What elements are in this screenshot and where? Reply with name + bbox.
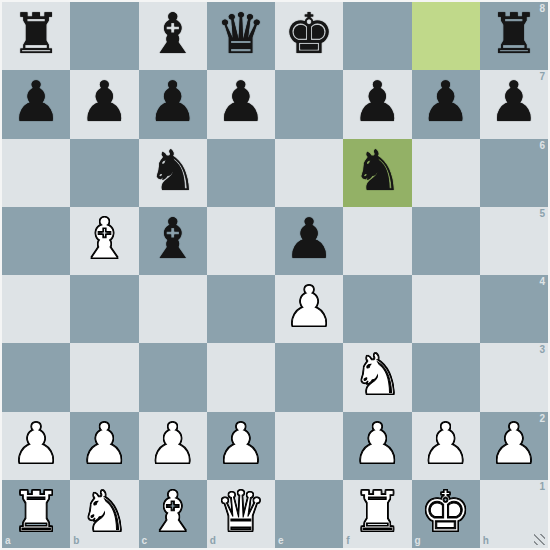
piece-white-rook[interactable]: ♜ bbox=[11, 484, 61, 540]
piece-black-bishop[interactable]: ♝ bbox=[148, 211, 198, 267]
piece-black-rook[interactable]: ♜ bbox=[489, 6, 539, 62]
square-e2[interactable] bbox=[275, 412, 343, 480]
square-e3[interactable] bbox=[275, 343, 343, 411]
square-e4[interactable]: ♟ bbox=[275, 275, 343, 343]
piece-white-pawn[interactable]: ♟ bbox=[11, 416, 61, 472]
coord-rank-1: 1 bbox=[539, 482, 545, 492]
coord-rank-3: 3 bbox=[539, 345, 545, 355]
square-a6[interactable] bbox=[2, 139, 70, 207]
square-a1[interactable]: ♜a bbox=[2, 480, 70, 548]
piece-black-pawn[interactable]: ♟ bbox=[489, 74, 539, 130]
coord-rank-2: 2 bbox=[539, 414, 545, 424]
piece-white-pawn[interactable]: ♟ bbox=[489, 416, 539, 472]
piece-white-king[interactable]: ♚ bbox=[421, 484, 471, 540]
square-d7[interactable]: ♟ bbox=[207, 70, 275, 138]
square-e7[interactable] bbox=[275, 70, 343, 138]
piece-black-knight[interactable]: ♞ bbox=[148, 143, 198, 199]
square-b8[interactable] bbox=[70, 2, 138, 70]
piece-white-bishop[interactable]: ♝ bbox=[79, 211, 129, 267]
piece-black-knight[interactable]: ♞ bbox=[352, 143, 402, 199]
board-resize-handle-icon[interactable] bbox=[534, 534, 545, 545]
piece-white-queen[interactable]: ♛ bbox=[216, 484, 266, 540]
piece-black-pawn[interactable]: ♟ bbox=[352, 74, 402, 130]
square-b3[interactable] bbox=[70, 343, 138, 411]
square-h8[interactable]: ♜8 bbox=[480, 2, 548, 70]
coord-file-h: h bbox=[483, 536, 489, 546]
square-b4[interactable] bbox=[70, 275, 138, 343]
square-h5[interactable]: 5 bbox=[480, 207, 548, 275]
piece-white-pawn[interactable]: ♟ bbox=[148, 416, 198, 472]
piece-black-pawn[interactable]: ♟ bbox=[79, 74, 129, 130]
square-c1[interactable]: ♝c bbox=[139, 480, 207, 548]
piece-white-pawn[interactable]: ♟ bbox=[421, 416, 471, 472]
square-a3[interactable] bbox=[2, 343, 70, 411]
square-h2[interactable]: ♟2 bbox=[480, 412, 548, 480]
square-e8[interactable]: ♚ bbox=[275, 2, 343, 70]
square-b6[interactable] bbox=[70, 139, 138, 207]
square-a5[interactable] bbox=[2, 207, 70, 275]
piece-white-bishop[interactable]: ♝ bbox=[148, 484, 198, 540]
square-g6[interactable] bbox=[412, 139, 480, 207]
square-c2[interactable]: ♟ bbox=[139, 412, 207, 480]
piece-black-king[interactable]: ♚ bbox=[284, 6, 334, 62]
square-c8[interactable]: ♝ bbox=[139, 2, 207, 70]
piece-black-pawn[interactable]: ♟ bbox=[284, 211, 334, 267]
square-c4[interactable] bbox=[139, 275, 207, 343]
square-a4[interactable] bbox=[2, 275, 70, 343]
square-d2[interactable]: ♟ bbox=[207, 412, 275, 480]
piece-white-pawn[interactable]: ♟ bbox=[216, 416, 266, 472]
square-b2[interactable]: ♟ bbox=[70, 412, 138, 480]
square-d1[interactable]: ♛d bbox=[207, 480, 275, 548]
piece-white-knight[interactable]: ♞ bbox=[79, 484, 129, 540]
square-f6[interactable]: ♞ bbox=[343, 139, 411, 207]
square-d4[interactable] bbox=[207, 275, 275, 343]
square-h3[interactable]: 3 bbox=[480, 343, 548, 411]
coord-file-c: c bbox=[142, 536, 148, 546]
piece-black-rook[interactable]: ♜ bbox=[11, 6, 61, 62]
square-a7[interactable]: ♟ bbox=[2, 70, 70, 138]
square-f2[interactable]: ♟ bbox=[343, 412, 411, 480]
square-h6[interactable]: 6 bbox=[480, 139, 548, 207]
piece-black-pawn[interactable]: ♟ bbox=[148, 74, 198, 130]
coord-rank-5: 5 bbox=[539, 209, 545, 219]
square-a2[interactable]: ♟ bbox=[2, 412, 70, 480]
piece-white-pawn[interactable]: ♟ bbox=[79, 416, 129, 472]
coord-file-e: e bbox=[278, 536, 284, 546]
square-f8[interactable] bbox=[343, 2, 411, 70]
coord-file-f: f bbox=[346, 536, 349, 546]
piece-black-bishop[interactable]: ♝ bbox=[148, 6, 198, 62]
square-c7[interactable]: ♟ bbox=[139, 70, 207, 138]
square-c5[interactable]: ♝ bbox=[139, 207, 207, 275]
piece-white-pawn[interactable]: ♟ bbox=[352, 416, 402, 472]
square-e5[interactable]: ♟ bbox=[275, 207, 343, 275]
square-g8[interactable] bbox=[412, 2, 480, 70]
square-f1[interactable]: ♜f bbox=[343, 480, 411, 548]
square-f7[interactable]: ♟ bbox=[343, 70, 411, 138]
square-a8[interactable]: ♜ bbox=[2, 2, 70, 70]
square-f5[interactable] bbox=[343, 207, 411, 275]
square-e1[interactable]: e bbox=[275, 480, 343, 548]
square-d5[interactable] bbox=[207, 207, 275, 275]
square-g1[interactable]: ♚g bbox=[412, 480, 480, 548]
chess-board: ♜♝♛♚♜8♟♟♟♟♟♟♟7♞♞6♝♝♟5♟4♞3♟♟♟♟♟♟♟2♜a♞b♝c♛… bbox=[0, 0, 550, 550]
coord-file-a: a bbox=[5, 536, 11, 546]
square-g4[interactable] bbox=[412, 275, 480, 343]
piece-black-pawn[interactable]: ♟ bbox=[216, 74, 266, 130]
piece-white-rook[interactable]: ♜ bbox=[352, 484, 402, 540]
square-c3[interactable] bbox=[139, 343, 207, 411]
square-f4[interactable] bbox=[343, 275, 411, 343]
square-g2[interactable]: ♟ bbox=[412, 412, 480, 480]
square-d6[interactable] bbox=[207, 139, 275, 207]
coord-rank-4: 4 bbox=[539, 277, 545, 287]
piece-white-knight[interactable]: ♞ bbox=[352, 347, 402, 403]
piece-white-pawn[interactable]: ♟ bbox=[284, 279, 334, 335]
coord-rank-6: 6 bbox=[539, 141, 545, 151]
square-h7[interactable]: ♟7 bbox=[480, 70, 548, 138]
square-b7[interactable]: ♟ bbox=[70, 70, 138, 138]
square-g5[interactable] bbox=[412, 207, 480, 275]
square-g3[interactable] bbox=[412, 343, 480, 411]
square-h4[interactable]: 4 bbox=[480, 275, 548, 343]
square-c6[interactable]: ♞ bbox=[139, 139, 207, 207]
square-b5[interactable]: ♝ bbox=[70, 207, 138, 275]
coord-rank-7: 7 bbox=[539, 72, 545, 82]
piece-black-queen[interactable]: ♛ bbox=[216, 6, 266, 62]
coord-rank-8: 8 bbox=[539, 4, 545, 14]
square-f3[interactable]: ♞ bbox=[343, 343, 411, 411]
square-e6[interactable] bbox=[275, 139, 343, 207]
square-d3[interactable] bbox=[207, 343, 275, 411]
square-b1[interactable]: ♞b bbox=[70, 480, 138, 548]
square-g7[interactable]: ♟ bbox=[412, 70, 480, 138]
square-d8[interactable]: ♛ bbox=[207, 2, 275, 70]
board-grid: ♜♝♛♚♜8♟♟♟♟♟♟♟7♞♞6♝♝♟5♟4♞3♟♟♟♟♟♟♟2♜a♞b♝c♛… bbox=[2, 2, 548, 548]
piece-black-pawn[interactable]: ♟ bbox=[421, 74, 471, 130]
piece-black-pawn[interactable]: ♟ bbox=[11, 74, 61, 130]
